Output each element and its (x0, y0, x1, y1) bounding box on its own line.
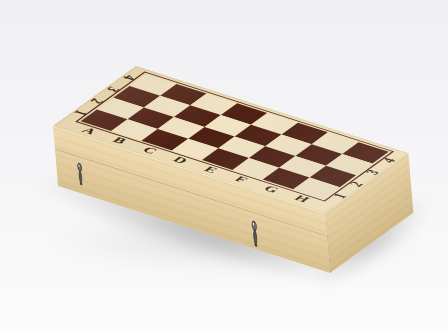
metal-turn-clasp-icon (249, 218, 260, 248)
rank-label-left-2: 2 (88, 97, 107, 105)
rank-label-right-4: 4 (379, 156, 398, 164)
rank-label-left-3: 3 (104, 85, 123, 93)
rank-label-right-1: 1 (330, 192, 349, 200)
metal-turn-clasp-icon (75, 161, 85, 187)
file-label-b: B (110, 136, 129, 146)
rank-label-right-3: 3 (363, 168, 382, 176)
file-label-c: C (140, 145, 159, 155)
file-label-f: F (232, 175, 250, 184)
rank-label-right-2: 2 (346, 180, 365, 188)
file-label-d: D (171, 155, 190, 165)
file-label-a: A (80, 126, 99, 136)
rank-label-left-4: 4 (120, 73, 139, 81)
product-photo: ABCDEFGH11223344 (0, 0, 448, 329)
file-label-g: G (261, 184, 281, 194)
file-label-h: H (292, 194, 312, 204)
rank-label-left-1: 1 (71, 109, 90, 117)
file-label-e: E (201, 165, 220, 175)
